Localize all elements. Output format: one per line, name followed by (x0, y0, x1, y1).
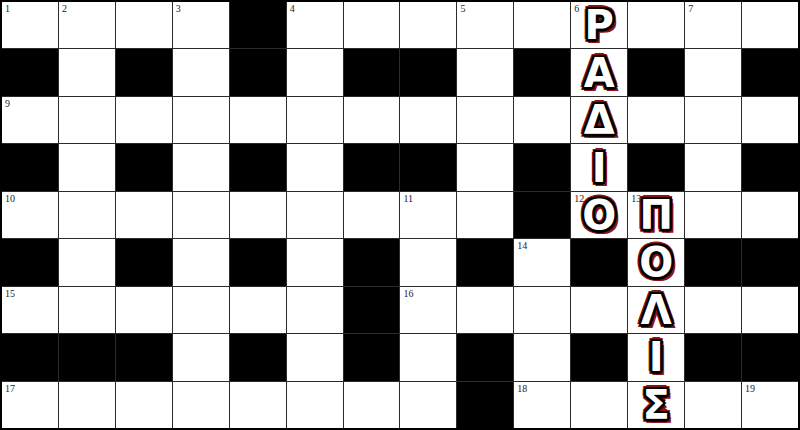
clue-number-6: 6 (574, 4, 579, 14)
block-cell-r5c6 (344, 239, 400, 285)
cell-r2c13[interactable] (742, 97, 798, 143)
cell-r7c5[interactable] (287, 334, 343, 380)
block-cell-r1c9 (514, 49, 570, 95)
cell-r1c3[interactable] (173, 49, 229, 95)
cell-r2c7[interactable] (400, 97, 456, 143)
cell-r7c7[interactable] (400, 334, 456, 380)
clue-number-16: 16 (403, 289, 413, 299)
cell-r2c10[interactable]: Δ (571, 97, 627, 143)
clue-number-9: 9 (5, 99, 10, 109)
cell-r2c6[interactable] (344, 97, 400, 143)
cell-r4c3[interactable] (173, 192, 229, 238)
cell-r6c7[interactable]: 16 (400, 287, 456, 333)
block-cell-r1c6 (344, 49, 400, 95)
cell-r0c13[interactable] (742, 2, 798, 48)
block-cell-r3c11 (628, 144, 684, 190)
cell-r8c7[interactable] (400, 382, 456, 428)
letter-r3c10: Ι (592, 148, 607, 188)
clue-number-3: 3 (176, 4, 181, 14)
cell-r3c10[interactable]: Ι (571, 144, 627, 190)
cell-r8c13[interactable]: 19 (742, 382, 798, 428)
block-cell-r6c6 (344, 287, 400, 333)
block-cell-r3c2 (116, 144, 172, 190)
cell-r8c0[interactable]: 17 (2, 382, 58, 428)
cell-r3c5[interactable] (287, 144, 343, 190)
cell-r3c12[interactable] (685, 144, 741, 190)
cell-r6c10[interactable] (571, 287, 627, 333)
cell-r8c11[interactable]: Σ (628, 382, 684, 428)
cell-r2c1[interactable] (59, 97, 115, 143)
cell-r8c2[interactable] (116, 382, 172, 428)
clue-number-4: 4 (290, 4, 295, 14)
cell-r4c13[interactable] (742, 192, 798, 238)
block-cell-r7c8 (457, 334, 513, 380)
clue-number-11: 11 (403, 194, 413, 204)
cell-r0c6[interactable] (344, 2, 400, 48)
cell-r4c0[interactable]: 10 (2, 192, 58, 238)
cell-r2c4[interactable] (230, 97, 286, 143)
letter-r5c11: Ο (639, 242, 673, 282)
cell-r4c4[interactable] (230, 192, 286, 238)
block-cell-r5c10 (571, 239, 627, 285)
cell-r7c3[interactable] (173, 334, 229, 380)
block-cell-r1c4 (230, 49, 286, 95)
clue-number-2: 2 (62, 4, 67, 14)
cell-r6c13[interactable] (742, 287, 798, 333)
cell-r2c9[interactable] (514, 97, 570, 143)
block-cell-r3c7 (400, 144, 456, 190)
block-cell-r7c6 (344, 334, 400, 380)
block-cell-r1c2 (116, 49, 172, 95)
block-cell-r1c13 (742, 49, 798, 95)
cell-r2c2[interactable] (116, 97, 172, 143)
block-cell-r8c8 (457, 382, 513, 428)
cell-r0c9[interactable] (514, 2, 570, 48)
cell-r4c2[interactable] (116, 192, 172, 238)
block-cell-r7c0 (2, 334, 58, 380)
cell-r0c0[interactable]: 1 (2, 2, 58, 48)
cell-r8c9[interactable]: 18 (514, 382, 570, 428)
letter-r1c10: Α (584, 53, 615, 93)
cell-r1c10[interactable]: Α (571, 49, 627, 95)
cell-r5c1[interactable] (59, 239, 115, 285)
cell-r6c3[interactable] (173, 287, 229, 333)
cell-r6c8[interactable] (457, 287, 513, 333)
cell-r0c1[interactable]: 2 (59, 2, 115, 48)
clue-number-5: 5 (460, 4, 465, 14)
cell-r2c8[interactable] (457, 97, 513, 143)
cell-r6c11[interactable]: Λ (628, 287, 684, 333)
block-cell-r5c12 (685, 239, 741, 285)
cell-r6c1[interactable] (59, 287, 115, 333)
block-cell-r1c0 (2, 49, 58, 95)
block-cell-r5c4 (230, 239, 286, 285)
cell-r0c7[interactable] (400, 2, 456, 48)
cell-r8c5[interactable] (287, 382, 343, 428)
cell-r2c11[interactable] (628, 97, 684, 143)
cell-r8c12[interactable] (685, 382, 741, 428)
block-cell-r5c2 (116, 239, 172, 285)
cell-r5c3[interactable] (173, 239, 229, 285)
clue-number-10: 10 (5, 194, 15, 204)
cell-r3c1[interactable] (59, 144, 115, 190)
letter-r0c10: Ρ (585, 5, 614, 45)
cell-r2c12[interactable] (685, 97, 741, 143)
block-cell-r5c0 (2, 239, 58, 285)
cell-r4c10[interactable]: 12Ο (571, 192, 627, 238)
cell-r6c0[interactable]: 15 (2, 287, 58, 333)
clue-number-1: 1 (5, 4, 10, 14)
block-cell-r1c11 (628, 49, 684, 95)
cell-r2c3[interactable] (173, 97, 229, 143)
clue-number-15: 15 (5, 289, 15, 299)
clue-number-13: 13 (631, 194, 641, 204)
block-cell-r1c7 (400, 49, 456, 95)
cell-r4c1[interactable] (59, 192, 115, 238)
cell-r4c11[interactable]: 13Π (628, 192, 684, 238)
cell-r0c12[interactable]: 7 (685, 2, 741, 48)
cell-r4c6[interactable] (344, 192, 400, 238)
cell-r2c5[interactable] (287, 97, 343, 143)
cell-r4c5[interactable] (287, 192, 343, 238)
block-cell-r3c6 (344, 144, 400, 190)
clue-number-19: 19 (745, 384, 755, 394)
cell-r6c9[interactable] (514, 287, 570, 333)
block-cell-r4c9 (514, 192, 570, 238)
block-cell-r5c13 (742, 239, 798, 285)
cell-r0c10[interactable]: 6Ρ (571, 2, 627, 48)
cell-r5c7[interactable] (400, 239, 456, 285)
cell-r5c5[interactable] (287, 239, 343, 285)
crossword-board: 123456Ρ7Α9ΔΙ101112Ο13Π14Ο1516ΛΙ1718Σ19 (0, 0, 800, 430)
cell-r6c5[interactable] (287, 287, 343, 333)
block-cell-r7c13 (742, 334, 798, 380)
cell-r4c12[interactable] (685, 192, 741, 238)
clue-number-18: 18 (517, 384, 527, 394)
cell-r6c2[interactable] (116, 287, 172, 333)
cell-r8c4[interactable] (230, 382, 286, 428)
block-cell-r3c4 (230, 144, 286, 190)
block-cell-r7c10 (571, 334, 627, 380)
cell-r5c11[interactable]: Ο (628, 239, 684, 285)
cell-r6c4[interactable] (230, 287, 286, 333)
clue-number-7: 7 (688, 4, 693, 14)
clue-number-12: 12 (574, 194, 584, 204)
letter-r7c11: Ι (649, 337, 664, 377)
cell-r5c9[interactable]: 14 (514, 239, 570, 285)
cell-r3c8[interactable] (457, 144, 513, 190)
cell-r3c3[interactable] (173, 144, 229, 190)
block-cell-r7c1 (59, 334, 115, 380)
cell-r1c12[interactable] (685, 49, 741, 95)
letter-r4c11: Π (639, 195, 672, 235)
clue-number-17: 17 (5, 384, 15, 394)
cell-r2c0[interactable]: 9 (2, 97, 58, 143)
cell-r1c5[interactable] (287, 49, 343, 95)
letter-r8c11: Σ (643, 385, 670, 425)
block-cell-r3c0 (2, 144, 58, 190)
cell-r8c6[interactable] (344, 382, 400, 428)
block-cell-r3c13 (742, 144, 798, 190)
clue-number-14: 14 (517, 241, 527, 251)
cell-r6c12[interactable] (685, 287, 741, 333)
block-cell-r7c12 (685, 334, 741, 380)
cell-r0c8[interactable]: 5 (457, 2, 513, 48)
letter-r6c11: Λ (641, 290, 672, 330)
cell-r1c8[interactable] (457, 49, 513, 95)
block-cell-r3c9 (514, 144, 570, 190)
cell-r8c1[interactable] (59, 382, 115, 428)
letter-r2c10: Δ (584, 100, 615, 140)
letter-r4c10: Ο (582, 195, 616, 235)
cell-r0c11[interactable] (628, 2, 684, 48)
cell-r4c8[interactable] (457, 192, 513, 238)
cell-r8c3[interactable] (173, 382, 229, 428)
cell-r4c7[interactable]: 11 (400, 192, 456, 238)
cell-r1c1[interactable] (59, 49, 115, 95)
cell-r0c2[interactable] (116, 2, 172, 48)
cell-r8c10[interactable] (571, 382, 627, 428)
block-cell-r0c4 (230, 2, 286, 48)
block-cell-r7c4 (230, 334, 286, 380)
block-cell-r7c2 (116, 334, 172, 380)
cell-r7c11[interactable]: Ι (628, 334, 684, 380)
cell-r7c9[interactable] (514, 334, 570, 380)
block-cell-r5c8 (457, 239, 513, 285)
cell-r0c3[interactable]: 3 (173, 2, 229, 48)
cell-r0c5[interactable]: 4 (287, 2, 343, 48)
